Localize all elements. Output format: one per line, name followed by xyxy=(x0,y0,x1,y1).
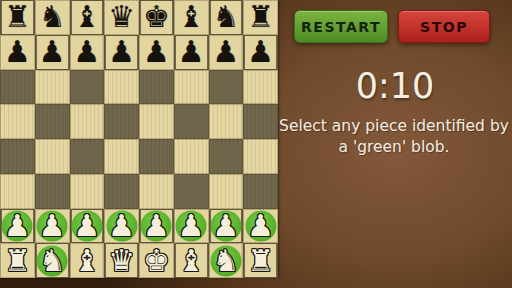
piece-white-pawn-c2[interactable]: ♟ xyxy=(73,209,100,243)
square-d4[interactable] xyxy=(104,139,139,174)
square-c7[interactable]: ♟ xyxy=(70,35,105,70)
square-e8[interactable]: ♚ xyxy=(139,0,174,35)
piece-black-pawn-b7[interactable]: ♟ xyxy=(39,35,66,69)
square-h6[interactable] xyxy=(243,70,278,105)
square-g6[interactable] xyxy=(209,70,244,105)
square-b8[interactable]: ♞ xyxy=(35,0,70,35)
piece-white-rook-h1[interactable]: ♜ xyxy=(247,244,274,278)
piece-white-rook-a1[interactable]: ♜ xyxy=(4,244,31,278)
piece-black-pawn-g7[interactable]: ♟ xyxy=(212,35,239,69)
square-d5[interactable] xyxy=(104,104,139,139)
piece-white-bishop-c1[interactable]: ♝ xyxy=(73,244,100,278)
instruction-line-2: a 'green' blob. xyxy=(276,137,512,158)
square-d6[interactable] xyxy=(104,70,139,105)
square-c6[interactable] xyxy=(70,70,105,105)
square-g1[interactable]: ♞ xyxy=(209,243,244,278)
square-a7[interactable]: ♟ xyxy=(0,35,35,70)
piece-black-knight-g8[interactable]: ♞ xyxy=(212,0,239,34)
piece-black-pawn-a7[interactable]: ♟ xyxy=(4,35,31,69)
piece-black-king-e8[interactable]: ♚ xyxy=(143,0,170,34)
square-d8[interactable]: ♛ xyxy=(104,0,139,35)
piece-white-king-e1[interactable]: ♚ xyxy=(143,244,170,278)
square-a4[interactable] xyxy=(0,139,35,174)
square-c8[interactable]: ♝ xyxy=(70,0,105,35)
piece-white-pawn-f2[interactable]: ♟ xyxy=(178,209,205,243)
piece-white-bishop-f1[interactable]: ♝ xyxy=(178,244,205,278)
piece-white-pawn-e2[interactable]: ♟ xyxy=(143,209,170,243)
square-h5[interactable] xyxy=(243,104,278,139)
square-e6[interactable] xyxy=(139,70,174,105)
square-g3[interactable] xyxy=(209,174,244,209)
square-f5[interactable] xyxy=(174,104,209,139)
piece-white-pawn-a2[interactable]: ♟ xyxy=(4,209,31,243)
piece-white-pawn-d2[interactable]: ♟ xyxy=(108,209,135,243)
square-c5[interactable] xyxy=(70,104,105,139)
instruction-line-1: Select any piece identified by xyxy=(276,116,512,137)
square-d7[interactable]: ♟ xyxy=(104,35,139,70)
piece-black-bishop-f8[interactable]: ♝ xyxy=(178,0,205,34)
square-d3[interactable] xyxy=(104,174,139,209)
square-f1[interactable]: ♝ xyxy=(174,243,209,278)
square-e2[interactable]: ♟ xyxy=(139,209,174,244)
countdown-timer: 0:10 xyxy=(278,66,512,106)
square-g7[interactable]: ♟ xyxy=(209,35,244,70)
square-h1[interactable]: ♜ xyxy=(243,243,278,278)
piece-black-bishop-c8[interactable]: ♝ xyxy=(73,0,100,34)
piece-white-pawn-b2[interactable]: ♟ xyxy=(39,209,66,243)
square-b7[interactable]: ♟ xyxy=(35,35,70,70)
square-c3[interactable] xyxy=(70,174,105,209)
square-h8[interactable]: ♜ xyxy=(243,0,278,35)
piece-black-rook-a8[interactable]: ♜ xyxy=(4,0,31,34)
square-h4[interactable] xyxy=(243,139,278,174)
instruction-text: Select any piece identified by a 'green'… xyxy=(276,116,512,158)
piece-white-knight-g1[interactable]: ♞ xyxy=(212,244,239,278)
square-g8[interactable]: ♞ xyxy=(209,0,244,35)
app-screen: ♜♞♝♛♚♝♞♜♟♟♟♟♟♟♟♟♟♟♟♟♟♟♟♟♜♞♝♛♚♝♞♜ RESTART… xyxy=(0,0,512,288)
square-g5[interactable] xyxy=(209,104,244,139)
stop-button[interactable]: STOP xyxy=(398,10,490,43)
square-e3[interactable] xyxy=(139,174,174,209)
square-f8[interactable]: ♝ xyxy=(174,0,209,35)
square-a5[interactable] xyxy=(0,104,35,139)
square-d2[interactable]: ♟ xyxy=(104,209,139,244)
square-a1[interactable]: ♜ xyxy=(0,243,35,278)
piece-black-pawn-e7[interactable]: ♟ xyxy=(143,35,170,69)
square-e4[interactable] xyxy=(139,139,174,174)
square-e5[interactable] xyxy=(139,104,174,139)
square-f7[interactable]: ♟ xyxy=(174,35,209,70)
piece-white-knight-b1[interactable]: ♞ xyxy=(39,244,66,278)
piece-black-pawn-f7[interactable]: ♟ xyxy=(178,35,205,69)
square-b2[interactable]: ♟ xyxy=(35,209,70,244)
chess-board: ♜♞♝♛♚♝♞♜♟♟♟♟♟♟♟♟♟♟♟♟♟♟♟♟♜♞♝♛♚♝♞♜ xyxy=(0,0,278,278)
square-b1[interactable]: ♞ xyxy=(35,243,70,278)
square-f4[interactable] xyxy=(174,139,209,174)
square-h7[interactable]: ♟ xyxy=(243,35,278,70)
piece-white-queen-d1[interactable]: ♛ xyxy=(108,244,135,278)
piece-black-queen-d8[interactable]: ♛ xyxy=(108,0,135,34)
piece-black-pawn-d7[interactable]: ♟ xyxy=(108,35,135,69)
square-e1[interactable]: ♚ xyxy=(139,243,174,278)
square-g2[interactable]: ♟ xyxy=(209,209,244,244)
piece-white-pawn-h2[interactable]: ♟ xyxy=(247,209,274,243)
square-d1[interactable]: ♛ xyxy=(104,243,139,278)
square-e7[interactable]: ♟ xyxy=(139,35,174,70)
piece-black-pawn-h7[interactable]: ♟ xyxy=(247,35,274,69)
piece-white-pawn-g2[interactable]: ♟ xyxy=(212,209,239,243)
square-f2[interactable]: ♟ xyxy=(174,209,209,244)
square-f3[interactable] xyxy=(174,174,209,209)
piece-black-pawn-c7[interactable]: ♟ xyxy=(73,35,100,69)
square-b4[interactable] xyxy=(35,139,70,174)
piece-black-knight-b8[interactable]: ♞ xyxy=(39,0,66,34)
square-a2[interactable]: ♟ xyxy=(0,209,35,244)
square-b3[interactable] xyxy=(35,174,70,209)
square-h3[interactable] xyxy=(243,174,278,209)
square-b6[interactable] xyxy=(35,70,70,105)
square-c2[interactable]: ♟ xyxy=(70,209,105,244)
square-f6[interactable] xyxy=(174,70,209,105)
square-a8[interactable]: ♜ xyxy=(0,0,35,35)
square-h2[interactable]: ♟ xyxy=(243,209,278,244)
restart-button[interactable]: RESTART xyxy=(294,10,388,43)
square-a6[interactable] xyxy=(0,70,35,105)
square-c4[interactable] xyxy=(70,139,105,174)
square-g4[interactable] xyxy=(209,139,244,174)
square-b5[interactable] xyxy=(35,104,70,139)
square-a3[interactable] xyxy=(0,174,35,209)
square-c1[interactable]: ♝ xyxy=(70,243,105,278)
piece-black-rook-h8[interactable]: ♜ xyxy=(247,0,274,34)
